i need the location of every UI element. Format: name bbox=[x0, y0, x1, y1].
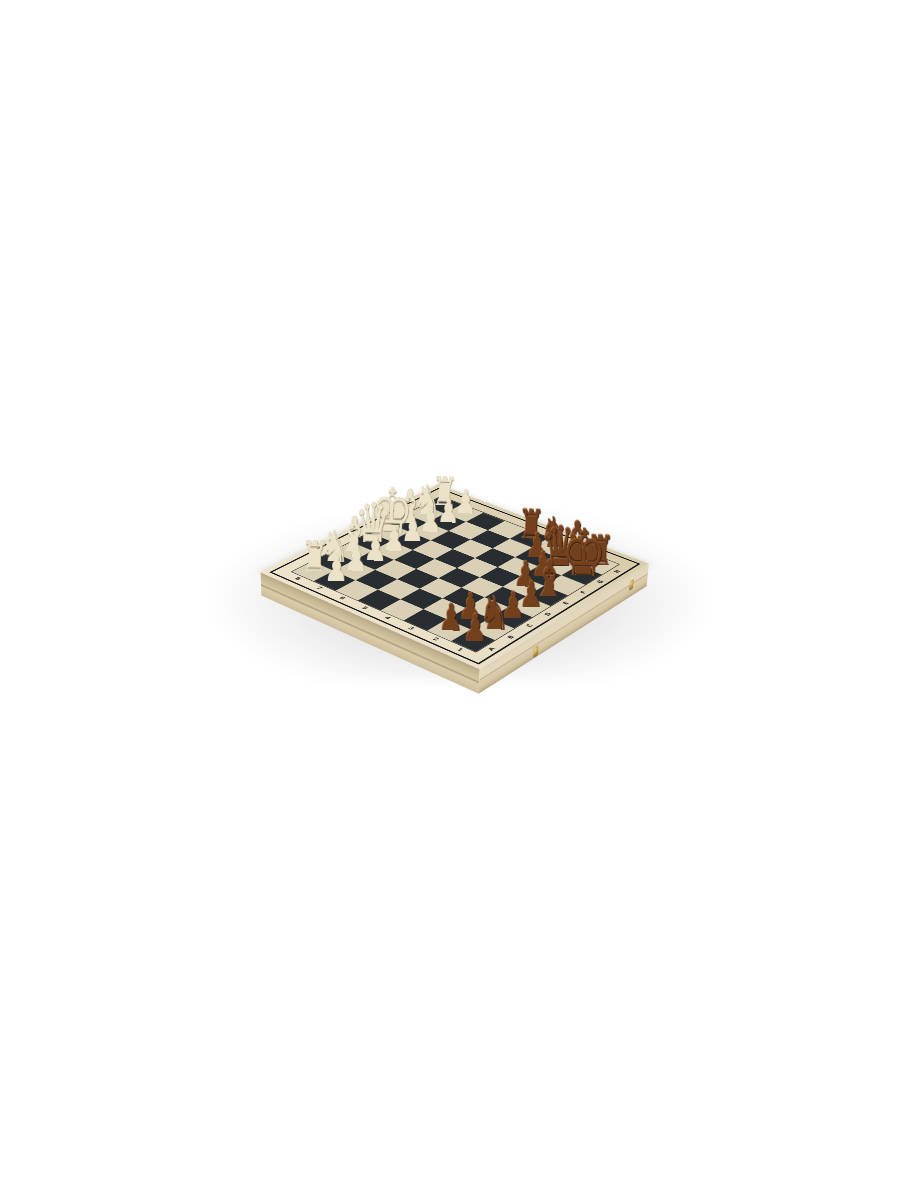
chess-scene: ABCDEFGH 12345678 ♜♞♝♛♚♝♞♜♟♟♟♟♟♟♟♟♜♟♞♟♟♟… bbox=[0, 0, 900, 1200]
pawn-glyph: ♟ bbox=[462, 610, 488, 650]
board-face: ABCDEFGH 12345678 ♜♞♝♛♚♝♞♜♟♟♟♟♟♟♟♟♜♟♞♟♟♟… bbox=[261, 484, 649, 669]
brass-clasp-icon bbox=[533, 645, 538, 657]
chess-board-box: ABCDEFGH 12345678 ♜♞♝♛♚♝♞♜♟♟♟♟♟♟♟♟♜♟♞♟♟♟… bbox=[261, 484, 649, 669]
pawn-glyph: ♟ bbox=[324, 551, 349, 588]
product-photo: ABCDEFGH 12345678 ♜♞♝♛♚♝♞♜♟♟♟♟♟♟♟♟♜♟♞♟♟♟… bbox=[0, 0, 900, 1200]
brass-hinge-icon bbox=[629, 579, 634, 590]
pawn-glyph: ♟ bbox=[438, 599, 464, 638]
